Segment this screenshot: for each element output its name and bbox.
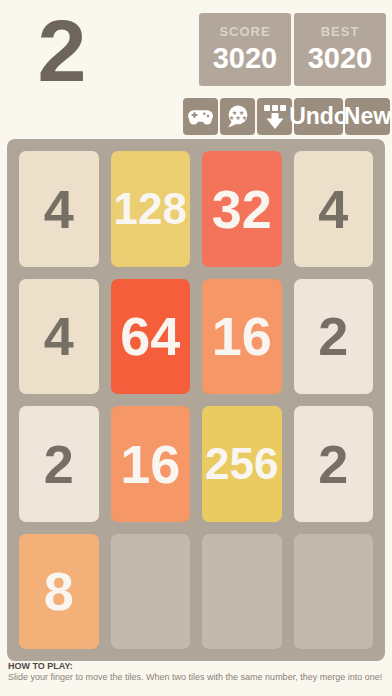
board-grid[interactable]: 412832446416221625628	[7, 139, 385, 661]
tile-8: 8	[19, 534, 99, 650]
tile-256: 256	[202, 406, 282, 522]
download-icon	[263, 104, 287, 130]
gamepad-icon	[187, 107, 214, 126]
undo-button-label: Undo	[289, 103, 348, 130]
empty-cell	[111, 534, 191, 650]
tile-2: 2	[294, 279, 374, 395]
tile-2: 2	[294, 406, 374, 522]
score-box: SCORE 3020	[199, 13, 291, 86]
best-box: BEST 3020	[294, 13, 386, 86]
svg-text:★: ★	[242, 114, 248, 121]
score-value: 3020	[213, 42, 278, 75]
rate-button[interactable]: ★ ★ ★ ★ ★	[220, 98, 255, 135]
how-to-play-text: Slide your finger to move the tiles. Whe…	[8, 672, 382, 682]
svg-text:★: ★	[235, 114, 241, 121]
new-game-button-label: New	[344, 103, 391, 130]
tile-128: 128	[111, 151, 191, 267]
more-games-button[interactable]	[183, 98, 218, 135]
tile-64: 64	[111, 279, 191, 395]
tile-4: 4	[294, 151, 374, 267]
how-to-play-title: HOW TO PLAY:	[8, 661, 73, 671]
best-value: 3020	[308, 42, 373, 75]
undo-button[interactable]: Undo	[294, 98, 343, 135]
tile-2: 2	[19, 406, 99, 522]
tile-32: 32	[202, 151, 282, 267]
tile-16: 16	[111, 406, 191, 522]
tile-4: 4	[19, 151, 99, 267]
score-label: SCORE	[219, 24, 270, 39]
best-label: BEST	[321, 24, 360, 39]
app-logo: 2	[16, 2, 108, 100]
new-game-button[interactable]: New	[345, 98, 390, 135]
empty-cell	[202, 534, 282, 650]
tile-16: 16	[202, 279, 282, 395]
download-button[interactable]	[257, 98, 292, 135]
svg-text:★: ★	[229, 114, 235, 121]
tile-4: 4	[19, 279, 99, 395]
chat-stars-icon: ★ ★ ★ ★ ★	[225, 104, 250, 129]
empty-cell	[294, 534, 374, 650]
